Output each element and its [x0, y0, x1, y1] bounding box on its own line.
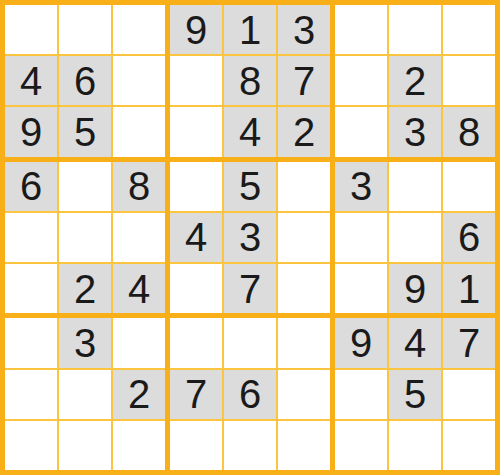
sudoku-box-9: 9475: [335, 318, 495, 470]
cell-r3c4[interactable]: [170, 107, 222, 156]
cell-r9c5[interactable]: [224, 421, 276, 470]
sudoku-box-1: 4695: [5, 5, 165, 157]
cell-r7c7: 9: [335, 318, 387, 367]
sudoku-box-4: 6824: [5, 162, 165, 314]
cell-r8c7[interactable]: [335, 370, 387, 419]
cell-r4c8[interactable]: [389, 162, 441, 211]
cell-r8c5: 6: [224, 370, 276, 419]
cell-r6c9: 1: [443, 264, 495, 313]
cell-r5c3[interactable]: [113, 213, 165, 262]
cell-r2c9[interactable]: [443, 56, 495, 105]
cell-r9c9[interactable]: [443, 421, 495, 470]
sudoku-box-3: 238: [335, 5, 495, 157]
cell-r6c3: 4: [113, 264, 165, 313]
cell-r3c9: 8: [443, 107, 495, 156]
cell-r2c4[interactable]: [170, 56, 222, 105]
cell-r4c4[interactable]: [170, 162, 222, 211]
cell-r3c3[interactable]: [113, 107, 165, 156]
cell-r3c8: 3: [389, 107, 441, 156]
cell-r8c6[interactable]: [278, 370, 330, 419]
sudoku-box-6: 3691: [335, 162, 495, 314]
cell-r5c2[interactable]: [59, 213, 111, 262]
sudoku-board: 4695 9138742 238 6824 5437 3691 32 76 94…: [0, 0, 500, 475]
cell-r2c1: 4: [5, 56, 57, 105]
cell-r5c1[interactable]: [5, 213, 57, 262]
cell-r2c7[interactable]: [335, 56, 387, 105]
cell-r1c5: 1: [224, 5, 276, 54]
cell-r7c5[interactable]: [224, 318, 276, 367]
cell-r3c7[interactable]: [335, 107, 387, 156]
cell-r1c8[interactable]: [389, 5, 441, 54]
cell-r7c9: 7: [443, 318, 495, 367]
cell-r2c2: 6: [59, 56, 111, 105]
sudoku-box-8: 76: [170, 318, 330, 470]
cell-r3c2: 5: [59, 107, 111, 156]
cell-r9c8[interactable]: [389, 421, 441, 470]
cell-r2c3[interactable]: [113, 56, 165, 105]
cell-r1c6: 3: [278, 5, 330, 54]
cell-r7c2: 3: [59, 318, 111, 367]
cell-r4c9[interactable]: [443, 162, 495, 211]
cell-r4c2[interactable]: [59, 162, 111, 211]
cell-r3c5: 4: [224, 107, 276, 156]
cell-r5c4: 4: [170, 213, 222, 262]
cell-r9c7[interactable]: [335, 421, 387, 470]
cell-r7c8: 4: [389, 318, 441, 367]
cell-r4c7: 3: [335, 162, 387, 211]
cell-r5c8[interactable]: [389, 213, 441, 262]
cell-r5c7[interactable]: [335, 213, 387, 262]
cell-r9c6[interactable]: [278, 421, 330, 470]
cell-r1c3[interactable]: [113, 5, 165, 54]
cell-r2c8: 2: [389, 56, 441, 105]
cell-r7c3[interactable]: [113, 318, 165, 367]
cell-r2c5: 8: [224, 56, 276, 105]
cell-r5c5: 3: [224, 213, 276, 262]
cell-r1c1[interactable]: [5, 5, 57, 54]
cell-r5c6[interactable]: [278, 213, 330, 262]
cell-r4c6[interactable]: [278, 162, 330, 211]
cell-r9c1[interactable]: [5, 421, 57, 470]
cell-r4c1: 6: [5, 162, 57, 211]
cell-r2c6: 7: [278, 56, 330, 105]
cell-r9c4[interactable]: [170, 421, 222, 470]
cell-r1c9[interactable]: [443, 5, 495, 54]
sudoku-box-5: 5437: [170, 162, 330, 314]
sudoku-box-2: 9138742: [170, 5, 330, 157]
cell-r6c8: 9: [389, 264, 441, 313]
cell-r8c8: 5: [389, 370, 441, 419]
cell-r8c2[interactable]: [59, 370, 111, 419]
cell-r7c1[interactable]: [5, 318, 57, 367]
cell-r3c1: 9: [5, 107, 57, 156]
cell-r1c2[interactable]: [59, 5, 111, 54]
cell-r6c1[interactable]: [5, 264, 57, 313]
cell-r3c6: 2: [278, 107, 330, 156]
cell-r8c4: 7: [170, 370, 222, 419]
cell-r8c3: 2: [113, 370, 165, 419]
cell-r6c2: 2: [59, 264, 111, 313]
cell-r9c3[interactable]: [113, 421, 165, 470]
cell-r5c9: 6: [443, 213, 495, 262]
sudoku-box-7: 32: [5, 318, 165, 470]
cell-r4c3: 8: [113, 162, 165, 211]
cell-r8c1[interactable]: [5, 370, 57, 419]
cell-r7c6[interactable]: [278, 318, 330, 367]
cell-r6c5: 7: [224, 264, 276, 313]
cell-r6c4[interactable]: [170, 264, 222, 313]
cell-r9c2[interactable]: [59, 421, 111, 470]
cell-r7c4[interactable]: [170, 318, 222, 367]
cell-r1c7[interactable]: [335, 5, 387, 54]
cell-r8c9[interactable]: [443, 370, 495, 419]
cell-r4c5: 5: [224, 162, 276, 211]
cell-r1c4: 9: [170, 5, 222, 54]
cell-r6c7[interactable]: [335, 264, 387, 313]
cell-r6c6[interactable]: [278, 264, 330, 313]
